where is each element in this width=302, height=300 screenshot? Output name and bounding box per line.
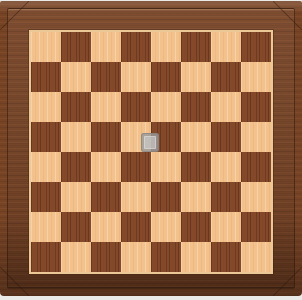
- square-f5[interactable]: [181, 122, 211, 152]
- square-h1[interactable]: [241, 242, 271, 272]
- square-h7[interactable]: [241, 62, 271, 92]
- board-photo: [0, 0, 302, 300]
- square-g8[interactable]: [211, 32, 241, 62]
- square-g1[interactable]: [211, 242, 241, 272]
- square-d6[interactable]: [121, 92, 151, 122]
- square-f7[interactable]: [181, 62, 211, 92]
- square-b3[interactable]: [61, 182, 91, 212]
- square-c5[interactable]: [91, 122, 121, 152]
- square-h3[interactable]: [241, 182, 271, 212]
- square-d1[interactable]: [121, 242, 151, 272]
- square-g4[interactable]: [211, 152, 241, 182]
- square-f8[interactable]: [181, 32, 211, 62]
- square-d4[interactable]: [121, 152, 151, 182]
- square-f3[interactable]: [181, 182, 211, 212]
- image-placeholder-icon: [141, 133, 159, 152]
- square-c2[interactable]: [91, 212, 121, 242]
- square-f6[interactable]: [181, 92, 211, 122]
- square-a7[interactable]: [31, 62, 61, 92]
- board-grid: [31, 32, 271, 272]
- square-e3[interactable]: [151, 182, 181, 212]
- square-d8[interactable]: [121, 32, 151, 62]
- square-c6[interactable]: [91, 92, 121, 122]
- square-d7[interactable]: [121, 62, 151, 92]
- square-a2[interactable]: [31, 212, 61, 242]
- square-g2[interactable]: [211, 212, 241, 242]
- square-a4[interactable]: [31, 152, 61, 182]
- square-f1[interactable]: [181, 242, 211, 272]
- square-h2[interactable]: [241, 212, 271, 242]
- square-f4[interactable]: [181, 152, 211, 182]
- square-c7[interactable]: [91, 62, 121, 92]
- square-h5[interactable]: [241, 122, 271, 152]
- square-b5[interactable]: [61, 122, 91, 152]
- square-b4[interactable]: [61, 152, 91, 182]
- square-d2[interactable]: [121, 212, 151, 242]
- square-b7[interactable]: [61, 62, 91, 92]
- square-e6[interactable]: [151, 92, 181, 122]
- square-e7[interactable]: [151, 62, 181, 92]
- square-e4[interactable]: [151, 152, 181, 182]
- square-b2[interactable]: [61, 212, 91, 242]
- square-a6[interactable]: [31, 92, 61, 122]
- board-stringing-border: [29, 30, 273, 274]
- square-b6[interactable]: [61, 92, 91, 122]
- square-e1[interactable]: [151, 242, 181, 272]
- square-b1[interactable]: [61, 242, 91, 272]
- square-h8[interactable]: [241, 32, 271, 62]
- square-f2[interactable]: [181, 212, 211, 242]
- square-e2[interactable]: [151, 212, 181, 242]
- square-g3[interactable]: [211, 182, 241, 212]
- square-a8[interactable]: [31, 32, 61, 62]
- square-a3[interactable]: [31, 182, 61, 212]
- square-c1[interactable]: [91, 242, 121, 272]
- square-g6[interactable]: [211, 92, 241, 122]
- square-e8[interactable]: [151, 32, 181, 62]
- square-a5[interactable]: [31, 122, 61, 152]
- square-d3[interactable]: [121, 182, 151, 212]
- square-c4[interactable]: [91, 152, 121, 182]
- square-h4[interactable]: [241, 152, 271, 182]
- image-placeholder-icon-inner: [144, 136, 156, 149]
- square-b8[interactable]: [61, 32, 91, 62]
- square-a1[interactable]: [31, 242, 61, 272]
- square-h6[interactable]: [241, 92, 271, 122]
- square-c3[interactable]: [91, 182, 121, 212]
- square-c8[interactable]: [91, 32, 121, 62]
- square-g5[interactable]: [211, 122, 241, 152]
- square-g7[interactable]: [211, 62, 241, 92]
